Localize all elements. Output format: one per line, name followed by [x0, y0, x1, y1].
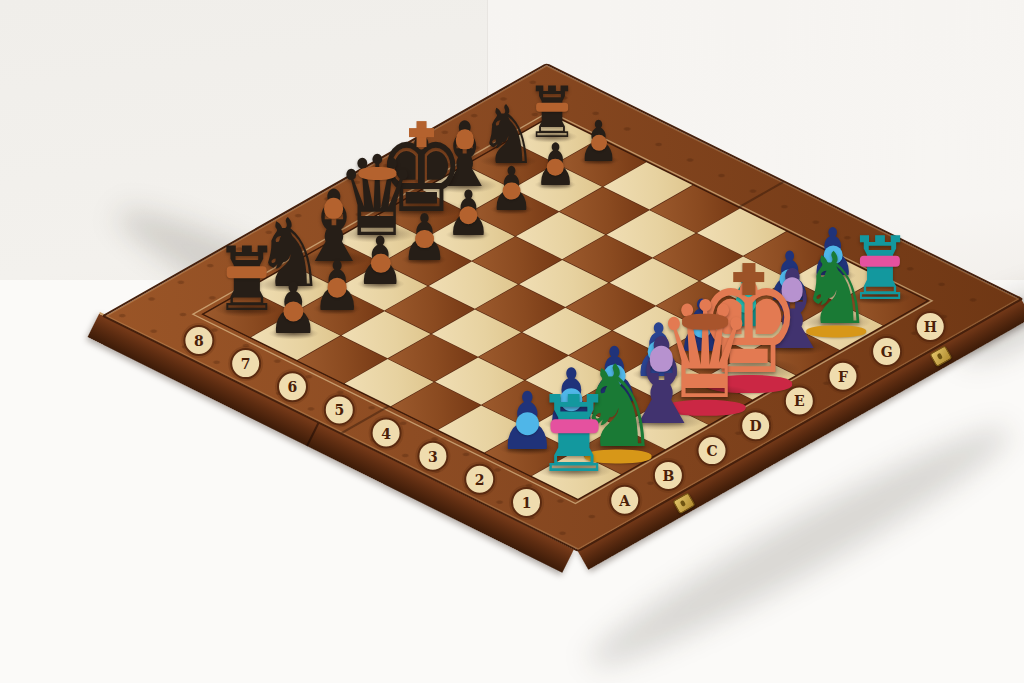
black-pawn-a7: ♟: [247, 277, 339, 344]
rank-label-7: 7: [230, 348, 261, 379]
rank-label-5: 5: [323, 394, 354, 425]
rank-label-4: 4: [370, 417, 401, 448]
fold-seam: [306, 422, 319, 446]
pawn-head: [282, 301, 302, 321]
rank-label-8: 8: [183, 325, 214, 356]
rank-label-3: 3: [417, 441, 448, 472]
file-label-a: A: [609, 485, 640, 516]
white-rook-a1: ♜: [505, 386, 642, 486]
rook-glyph: ♜: [535, 386, 612, 486]
rook-battlement: [549, 419, 597, 433]
rank-label-2: 2: [464, 464, 495, 495]
photo-of-chess-set: 12345678ABCDEFGH♜♞♝♛♚♝♞♜♟♟♟♟♟♟♟♟♜♞♝♛♚♝♞♜…: [0, 0, 1024, 683]
rank-label-6: 6: [277, 371, 308, 402]
file-label-g: G: [871, 336, 902, 367]
file-label-h: H: [914, 311, 945, 342]
